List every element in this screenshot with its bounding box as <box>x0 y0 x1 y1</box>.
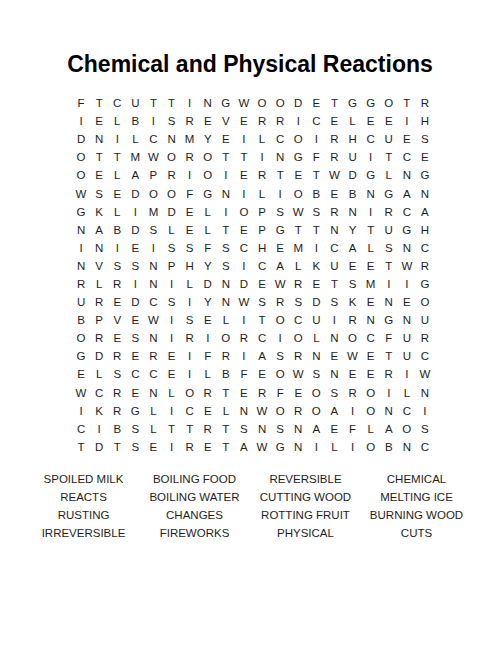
grid-cell-r1c19[interactable]: T <box>398 94 416 112</box>
grid-cell-r10c16[interactable]: E <box>344 257 362 275</box>
grid-cell-r13c18[interactable]: G <box>380 311 398 329</box>
grid-cell-r20c15[interactable]: L <box>325 438 343 456</box>
grid-cell-r20c14[interactable]: I <box>307 438 325 456</box>
grid-cell-r16c5[interactable]: C <box>144 365 162 383</box>
grid-cell-r4c1[interactable]: O <box>72 148 90 166</box>
grid-cell-r19c18[interactable]: A <box>380 420 398 438</box>
grid-cell-r10c5[interactable]: N <box>144 257 162 275</box>
grid-cell-r16c12[interactable]: O <box>271 365 289 383</box>
grid-cell-r18c1[interactable]: I <box>72 402 90 420</box>
grid-cell-r13c3[interactable]: V <box>108 311 126 329</box>
grid-cell-r10c13[interactable]: L <box>289 257 307 275</box>
grid-cell-r4c8[interactable]: O <box>199 148 217 166</box>
grid-cell-r16c7[interactable]: I <box>181 365 199 383</box>
grid-cell-r12c14[interactable]: D <box>307 293 325 311</box>
grid-cell-r20c5[interactable]: E <box>144 438 162 456</box>
grid-cell-r19c9[interactable]: T <box>217 420 235 438</box>
grid-cell-r1c4[interactable]: U <box>126 94 144 112</box>
grid-cell-r19c13[interactable]: N <box>289 420 307 438</box>
grid-cell-r13c15[interactable]: I <box>325 311 343 329</box>
grid-cell-r5c11[interactable]: R <box>253 166 271 184</box>
grid-cell-r11c5[interactable]: N <box>144 275 162 293</box>
grid-cell-r9c7[interactable]: S <box>181 239 199 257</box>
grid-cell-r14c15[interactable]: N <box>325 329 343 347</box>
grid-cell-r15c15[interactable]: E <box>325 347 343 365</box>
grid-cell-r5c15[interactable]: W <box>325 166 343 184</box>
grid-cell-r12c19[interactable]: E <box>398 293 416 311</box>
grid-cell-r12c12[interactable]: R <box>271 293 289 311</box>
grid-cell-r17c9[interactable]: T <box>217 384 235 402</box>
grid-cell-r16c9[interactable]: B <box>217 365 235 383</box>
grid-cell-r9c2[interactable]: N <box>90 239 108 257</box>
grid-cell-r1c16[interactable]: G <box>344 94 362 112</box>
grid-cell-r1c5[interactable]: T <box>144 94 162 112</box>
grid-cell-r6c20[interactable]: N <box>416 184 434 202</box>
grid-cell-r4c16[interactable]: U <box>344 148 362 166</box>
grid-cell-r2c18[interactable]: E <box>380 112 398 130</box>
grid-cell-r5c13[interactable]: E <box>289 166 307 184</box>
grid-cell-r3c11[interactable]: L <box>253 130 271 148</box>
grid-cell-r8c11[interactable]: P <box>253 221 271 239</box>
grid-cell-r14c20[interactable]: R <box>416 329 434 347</box>
grid-cell-r9c9[interactable]: S <box>217 239 235 257</box>
grid-cell-r19c19[interactable]: O <box>398 420 416 438</box>
grid-cell-r15c4[interactable]: E <box>126 347 144 365</box>
grid-cell-r19c8[interactable]: R <box>199 420 217 438</box>
grid-cell-r19c4[interactable]: S <box>126 420 144 438</box>
grid-cell-r13c11[interactable]: T <box>253 311 271 329</box>
grid-cell-r8c19[interactable]: G <box>398 221 416 239</box>
grid-cell-r14c10[interactable]: R <box>235 329 253 347</box>
grid-cell-r11c11[interactable]: E <box>253 275 271 293</box>
grid-cell-r4c13[interactable]: G <box>289 148 307 166</box>
grid-cell-r9c15[interactable]: C <box>325 239 343 257</box>
grid-cell-r8c5[interactable]: S <box>144 221 162 239</box>
grid-cell-r5c2[interactable]: E <box>90 166 108 184</box>
grid-cell-r20c4[interactable]: S <box>126 438 144 456</box>
grid-cell-r9c11[interactable]: H <box>253 239 271 257</box>
grid-cell-r15c19[interactable]: U <box>398 347 416 365</box>
grid-cell-r18c16[interactable]: I <box>344 402 362 420</box>
grid-cell-r13c10[interactable]: I <box>235 311 253 329</box>
grid-cell-r8c7[interactable]: E <box>181 221 199 239</box>
grid-cell-r3c13[interactable]: O <box>289 130 307 148</box>
grid-cell-r18c10[interactable]: N <box>235 402 253 420</box>
grid-cell-r12c17[interactable]: E <box>362 293 380 311</box>
grid-cell-r18c3[interactable]: R <box>108 402 126 420</box>
grid-cell-r17c3[interactable]: R <box>108 384 126 402</box>
grid-cell-r11c3[interactable]: R <box>108 275 126 293</box>
grid-cell-r10c8[interactable]: Y <box>199 257 217 275</box>
grid-cell-r8c16[interactable]: Y <box>344 221 362 239</box>
grid-cell-r6c16[interactable]: B <box>344 184 362 202</box>
grid-cell-r9c4[interactable]: E <box>126 239 144 257</box>
grid-cell-r3c8[interactable]: Y <box>199 130 217 148</box>
grid-cell-r1c20[interactable]: R <box>416 94 434 112</box>
grid-cell-r20c2[interactable]: D <box>90 438 108 456</box>
grid-cell-r10c12[interactable]: A <box>271 257 289 275</box>
grid-cell-r10c18[interactable]: T <box>380 257 398 275</box>
grid-cell-r18c14[interactable]: O <box>307 402 325 420</box>
grid-cell-r11c15[interactable]: T <box>325 275 343 293</box>
grid-cell-r10c2[interactable]: V <box>90 257 108 275</box>
grid-cell-r20c3[interactable]: T <box>108 438 126 456</box>
grid-cell-r5c18[interactable]: L <box>380 166 398 184</box>
grid-cell-r9c16[interactable]: A <box>344 239 362 257</box>
grid-cell-r2c1[interactable]: I <box>72 112 90 130</box>
grid-cell-r5c10[interactable]: E <box>235 166 253 184</box>
grid-cell-r12c15[interactable]: S <box>325 293 343 311</box>
grid-cell-r19c7[interactable]: T <box>181 420 199 438</box>
grid-cell-r2c15[interactable]: E <box>325 112 343 130</box>
grid-cell-r8c2[interactable]: A <box>90 221 108 239</box>
grid-cell-r10c9[interactable]: S <box>217 257 235 275</box>
grid-cell-r1c8[interactable]: N <box>199 94 217 112</box>
grid-cell-r7c17[interactable]: I <box>362 203 380 221</box>
grid-cell-r18c18[interactable]: N <box>380 402 398 420</box>
grid-cell-r16c10[interactable]: F <box>235 365 253 383</box>
grid-cell-r2c2[interactable]: E <box>90 112 108 130</box>
grid-cell-r4c15[interactable]: R <box>325 148 343 166</box>
grid-cell-r7c6[interactable]: D <box>163 203 181 221</box>
grid-cell-r4c20[interactable]: E <box>416 148 434 166</box>
grid-cell-r16c17[interactable]: E <box>362 365 380 383</box>
grid-cell-r19c16[interactable]: F <box>344 420 362 438</box>
grid-cell-r2c9[interactable]: V <box>217 112 235 130</box>
grid-cell-r13c8[interactable]: E <box>199 311 217 329</box>
grid-cell-r7c12[interactable]: S <box>271 203 289 221</box>
grid-cell-r13c2[interactable]: P <box>90 311 108 329</box>
grid-cell-r18c9[interactable]: L <box>217 402 235 420</box>
grid-cell-r6c2[interactable]: S <box>90 184 108 202</box>
grid-cell-r13c19[interactable]: N <box>398 311 416 329</box>
grid-cell-r16c19[interactable]: I <box>398 365 416 383</box>
grid-cell-r8c17[interactable]: T <box>362 221 380 239</box>
grid-cell-r2c17[interactable]: E <box>362 112 380 130</box>
grid-cell-r2c14[interactable]: C <box>307 112 325 130</box>
grid-cell-r7c4[interactable]: I <box>126 203 144 221</box>
grid-cell-r10c3[interactable]: S <box>108 257 126 275</box>
grid-cell-r7c16[interactable]: N <box>344 203 362 221</box>
grid-cell-r1c15[interactable]: T <box>325 94 343 112</box>
grid-cell-r13c17[interactable]: N <box>362 311 380 329</box>
grid-cell-r3c2[interactable]: N <box>90 130 108 148</box>
grid-cell-r13c9[interactable]: L <box>217 311 235 329</box>
grid-cell-r13c13[interactable]: C <box>289 311 307 329</box>
grid-cell-r20c13[interactable]: N <box>289 438 307 456</box>
grid-cell-r17c4[interactable]: E <box>126 384 144 402</box>
grid-cell-r7c14[interactable]: S <box>307 203 325 221</box>
grid-cell-r14c5[interactable]: N <box>144 329 162 347</box>
grid-cell-r3c6[interactable]: N <box>163 130 181 148</box>
grid-cell-r20c8[interactable]: E <box>199 438 217 456</box>
grid-cell-r7c13[interactable]: W <box>289 203 307 221</box>
grid-cell-r6c4[interactable]: D <box>126 184 144 202</box>
grid-cell-r2c5[interactable]: I <box>144 112 162 130</box>
grid-cell-r16c3[interactable]: S <box>108 365 126 383</box>
grid-cell-r6c8[interactable]: G <box>199 184 217 202</box>
grid-cell-r15c17[interactable]: E <box>362 347 380 365</box>
grid-cell-r5c4[interactable]: A <box>126 166 144 184</box>
grid-cell-r5c19[interactable]: N <box>398 166 416 184</box>
grid-cell-r18c17[interactable]: O <box>362 402 380 420</box>
grid-cell-r9c3[interactable]: I <box>108 239 126 257</box>
grid-cell-r15c5[interactable]: R <box>144 347 162 365</box>
grid-cell-r4c5[interactable]: W <box>144 148 162 166</box>
grid-cell-r12c13[interactable]: S <box>289 293 307 311</box>
grid-cell-r20c12[interactable]: G <box>271 438 289 456</box>
grid-cell-r14c14[interactable]: L <box>307 329 325 347</box>
grid-cell-r15c10[interactable]: I <box>235 347 253 365</box>
grid-cell-r14c19[interactable]: U <box>398 329 416 347</box>
grid-cell-r6c17[interactable]: N <box>362 184 380 202</box>
grid-cell-r4c4[interactable]: M <box>126 148 144 166</box>
grid-cell-r11c8[interactable]: D <box>199 275 217 293</box>
grid-cell-r17c17[interactable]: O <box>362 384 380 402</box>
grid-cell-r19c14[interactable]: A <box>307 420 325 438</box>
grid-cell-r14c11[interactable]: C <box>253 329 271 347</box>
grid-cell-r18c8[interactable]: E <box>199 402 217 420</box>
grid-cell-r20c20[interactable]: C <box>416 438 434 456</box>
grid-cell-r15c11[interactable]: A <box>253 347 271 365</box>
grid-cell-r19c12[interactable]: S <box>271 420 289 438</box>
grid-cell-r10c4[interactable]: S <box>126 257 144 275</box>
grid-cell-r3c10[interactable]: I <box>235 130 253 148</box>
grid-cell-r12c18[interactable]: N <box>380 293 398 311</box>
grid-cell-r8c9[interactable]: T <box>217 221 235 239</box>
grid-cell-r17c14[interactable]: O <box>307 384 325 402</box>
grid-cell-r10c19[interactable]: W <box>398 257 416 275</box>
grid-cell-r9c18[interactable]: S <box>380 239 398 257</box>
grid-cell-r1c10[interactable]: W <box>235 94 253 112</box>
grid-cell-r4c2[interactable]: T <box>90 148 108 166</box>
grid-cell-r15c7[interactable]: I <box>181 347 199 365</box>
grid-cell-r14c16[interactable]: O <box>344 329 362 347</box>
grid-cell-r6c11[interactable]: L <box>253 184 271 202</box>
grid-cell-r16c11[interactable]: E <box>253 365 271 383</box>
grid-cell-r17c19[interactable]: L <box>398 384 416 402</box>
grid-cell-r1c6[interactable]: T <box>163 94 181 112</box>
grid-cell-r14c4[interactable]: S <box>126 329 144 347</box>
grid-cell-r8c13[interactable]: T <box>289 221 307 239</box>
grid-cell-r18c2[interactable]: K <box>90 402 108 420</box>
grid-cell-r15c3[interactable]: R <box>108 347 126 365</box>
grid-cell-r11c19[interactable]: I <box>398 275 416 293</box>
grid-cell-r2c20[interactable]: H <box>416 112 434 130</box>
grid-cell-r8c3[interactable]: B <box>108 221 126 239</box>
grid-cell-r14c13[interactable]: O <box>289 329 307 347</box>
grid-cell-r18c7[interactable]: C <box>181 402 199 420</box>
grid-cell-r13c6[interactable]: I <box>163 311 181 329</box>
grid-cell-r17c13[interactable]: E <box>289 384 307 402</box>
grid-cell-r12c6[interactable]: S <box>163 293 181 311</box>
grid-cell-r14c18[interactable]: F <box>380 329 398 347</box>
grid-cell-r18c20[interactable]: I <box>416 402 434 420</box>
grid-cell-r16c15[interactable]: N <box>325 365 343 383</box>
grid-cell-r6c5[interactable]: O <box>144 184 162 202</box>
grid-cell-r14c3[interactable]: E <box>108 329 126 347</box>
grid-cell-r19c6[interactable]: T <box>163 420 181 438</box>
grid-cell-r11c6[interactable]: I <box>163 275 181 293</box>
grid-cell-r20c9[interactable]: T <box>217 438 235 456</box>
grid-cell-r8c18[interactable]: U <box>380 221 398 239</box>
grid-cell-r9c8[interactable]: F <box>199 239 217 257</box>
grid-cell-r15c20[interactable]: C <box>416 347 434 365</box>
grid-cell-r2c6[interactable]: S <box>163 112 181 130</box>
grid-cell-r12c8[interactable]: Y <box>199 293 217 311</box>
grid-cell-r5c14[interactable]: T <box>307 166 325 184</box>
grid-cell-r15c2[interactable]: D <box>90 347 108 365</box>
grid-cell-r5c6[interactable]: R <box>163 166 181 184</box>
grid-cell-r2c3[interactable]: L <box>108 112 126 130</box>
grid-cell-r11c20[interactable]: G <box>416 275 434 293</box>
grid-cell-r11c1[interactable]: R <box>72 275 90 293</box>
grid-cell-r9c5[interactable]: I <box>144 239 162 257</box>
grid-cell-r6c10[interactable]: I <box>235 184 253 202</box>
grid-cell-r14c1[interactable]: O <box>72 329 90 347</box>
grid-cell-r2c16[interactable]: L <box>344 112 362 130</box>
grid-cell-r16c8[interactable]: L <box>199 365 217 383</box>
grid-cell-r7c3[interactable]: L <box>108 203 126 221</box>
grid-cell-r11c18[interactable]: I <box>380 275 398 293</box>
grid-cell-r14c8[interactable]: I <box>199 329 217 347</box>
grid-cell-r10c7[interactable]: H <box>181 257 199 275</box>
grid-cell-r14c2[interactable]: R <box>90 329 108 347</box>
grid-cell-r8c1[interactable]: N <box>72 221 90 239</box>
grid-cell-r5c5[interactable]: P <box>144 166 162 184</box>
grid-cell-r20c16[interactable]: I <box>344 438 362 456</box>
grid-cell-r16c1[interactable]: E <box>72 365 90 383</box>
grid-cell-r15c18[interactable]: T <box>380 347 398 365</box>
grid-cell-r6c14[interactable]: B <box>307 184 325 202</box>
grid-cell-r11c7[interactable]: L <box>181 275 199 293</box>
grid-cell-r3c17[interactable]: C <box>362 130 380 148</box>
grid-cell-r18c5[interactable]: L <box>144 402 162 420</box>
grid-cell-r7c19[interactable]: C <box>398 203 416 221</box>
grid-cell-r1c7[interactable]: I <box>181 94 199 112</box>
grid-cell-r10c11[interactable]: C <box>253 257 271 275</box>
grid-cell-r7c2[interactable]: K <box>90 203 108 221</box>
grid-cell-r15c6[interactable]: E <box>163 347 181 365</box>
grid-cell-r4c10[interactable]: T <box>235 148 253 166</box>
grid-cell-r6c6[interactable]: O <box>163 184 181 202</box>
grid-cell-r10c20[interactable]: R <box>416 257 434 275</box>
grid-cell-r6c3[interactable]: E <box>108 184 126 202</box>
grid-cell-r18c13[interactable]: R <box>289 402 307 420</box>
grid-cell-r4c14[interactable]: F <box>307 148 325 166</box>
grid-cell-r6c18[interactable]: G <box>380 184 398 202</box>
grid-cell-r3c4[interactable]: L <box>126 130 144 148</box>
grid-cell-r11c12[interactable]: W <box>271 275 289 293</box>
grid-cell-r6c7[interactable]: F <box>181 184 199 202</box>
grid-cell-r6c1[interactable]: W <box>72 184 90 202</box>
grid-cell-r3c16[interactable]: H <box>344 130 362 148</box>
grid-cell-r18c4[interactable]: G <box>126 402 144 420</box>
grid-cell-r18c11[interactable]: W <box>253 402 271 420</box>
grid-cell-r5c7[interactable]: I <box>181 166 199 184</box>
grid-cell-r17c11[interactable]: R <box>253 384 271 402</box>
grid-cell-r4c3[interactable]: T <box>108 148 126 166</box>
grid-cell-r3c14[interactable]: I <box>307 130 325 148</box>
grid-cell-r2c11[interactable]: R <box>253 112 271 130</box>
grid-cell-r19c17[interactable]: L <box>362 420 380 438</box>
grid-cell-r10c10[interactable]: I <box>235 257 253 275</box>
grid-cell-r9c12[interactable]: E <box>271 239 289 257</box>
grid-cell-r10c15[interactable]: U <box>325 257 343 275</box>
grid-cell-r14c17[interactable]: C <box>362 329 380 347</box>
grid-cell-r4c18[interactable]: T <box>380 148 398 166</box>
grid-cell-r13c20[interactable]: U <box>416 311 434 329</box>
grid-cell-r20c19[interactable]: N <box>398 438 416 456</box>
grid-cell-r3c20[interactable]: S <box>416 130 434 148</box>
grid-cell-r10c14[interactable]: K <box>307 257 325 275</box>
grid-cell-r3c3[interactable]: I <box>108 130 126 148</box>
grid-cell-r9c6[interactable]: S <box>163 239 181 257</box>
grid-cell-r12c5[interactable]: C <box>144 293 162 311</box>
grid-cell-r5c12[interactable]: T <box>271 166 289 184</box>
grid-cell-r15c8[interactable]: F <box>199 347 217 365</box>
grid-cell-r10c6[interactable]: P <box>163 257 181 275</box>
grid-cell-r7c1[interactable]: G <box>72 203 90 221</box>
grid-cell-r8c8[interactable]: L <box>199 221 217 239</box>
grid-cell-r7c18[interactable]: R <box>380 203 398 221</box>
grid-cell-r3c1[interactable]: D <box>72 130 90 148</box>
grid-cell-r9c13[interactable]: M <box>289 239 307 257</box>
grid-cell-r18c15[interactable]: A <box>325 402 343 420</box>
grid-cell-r19c11[interactable]: N <box>253 420 271 438</box>
grid-cell-r9c17[interactable]: L <box>362 239 380 257</box>
grid-cell-r3c9[interactable]: E <box>217 130 235 148</box>
grid-cell-r9c1[interactable]: I <box>72 239 90 257</box>
grid-cell-r8c12[interactable]: G <box>271 221 289 239</box>
grid-cell-r16c4[interactable]: C <box>126 365 144 383</box>
grid-cell-r4c17[interactable]: I <box>362 148 380 166</box>
grid-cell-r3c19[interactable]: E <box>398 130 416 148</box>
grid-cell-r16c2[interactable]: L <box>90 365 108 383</box>
grid-cell-r11c9[interactable]: N <box>217 275 235 293</box>
grid-cell-r13c12[interactable]: O <box>271 311 289 329</box>
grid-cell-r11c2[interactable]: L <box>90 275 108 293</box>
grid-cell-r4c19[interactable]: C <box>398 148 416 166</box>
grid-cell-r7c15[interactable]: R <box>325 203 343 221</box>
grid-cell-r6c12[interactable]: I <box>271 184 289 202</box>
grid-cell-r11c10[interactable]: D <box>235 275 253 293</box>
grid-cell-r16c13[interactable]: W <box>289 365 307 383</box>
grid-cell-r8c4[interactable]: D <box>126 221 144 239</box>
grid-cell-r11c17[interactable]: M <box>362 275 380 293</box>
grid-cell-r5c9[interactable]: I <box>217 166 235 184</box>
grid-cell-r1c14[interactable]: E <box>307 94 325 112</box>
grid-cell-r18c12[interactable]: O <box>271 402 289 420</box>
grid-cell-r13c7[interactable]: S <box>181 311 199 329</box>
grid-cell-r6c19[interactable]: A <box>398 184 416 202</box>
grid-cell-r1c9[interactable]: G <box>217 94 235 112</box>
grid-cell-r5c20[interactable]: G <box>416 166 434 184</box>
grid-cell-r12c16[interactable]: K <box>344 293 362 311</box>
grid-cell-r1c18[interactable]: O <box>380 94 398 112</box>
grid-cell-r15c12[interactable]: S <box>271 347 289 365</box>
grid-cell-r17c12[interactable]: F <box>271 384 289 402</box>
grid-cell-r19c10[interactable]: S <box>235 420 253 438</box>
grid-cell-r4c11[interactable]: I <box>253 148 271 166</box>
grid-cell-r12c11[interactable]: S <box>253 293 271 311</box>
grid-cell-r2c13[interactable]: I <box>289 112 307 130</box>
grid-cell-r13c14[interactable]: U <box>307 311 325 329</box>
grid-cell-r17c6[interactable]: L <box>163 384 181 402</box>
grid-cell-r11c4[interactable]: I <box>126 275 144 293</box>
grid-cell-r12c4[interactable]: D <box>126 293 144 311</box>
grid-cell-r20c7[interactable]: R <box>181 438 199 456</box>
